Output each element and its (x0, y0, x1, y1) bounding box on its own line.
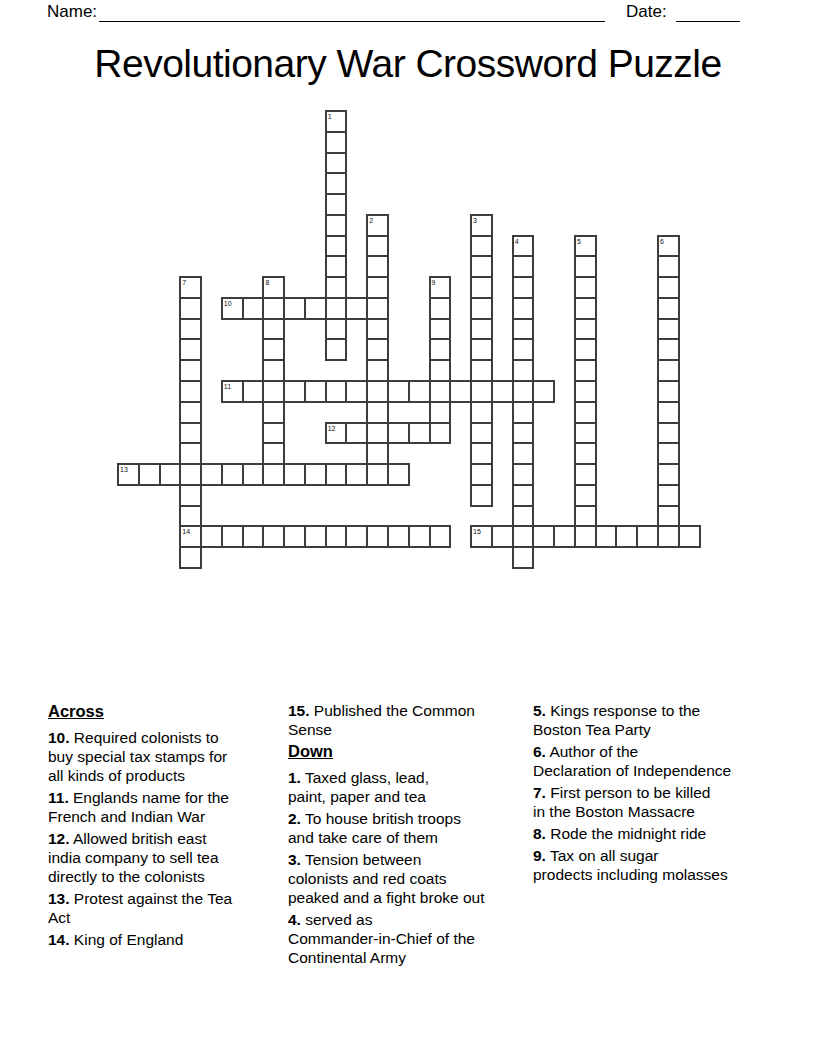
grid-cell[interactable] (470, 235, 493, 258)
grid-cell[interactable] (470, 442, 493, 465)
grid-cell[interactable] (512, 422, 535, 445)
grid-cell[interactable]: 8 (262, 276, 285, 299)
grid-cell[interactable] (200, 525, 223, 548)
clue-number-label: 10. (48, 729, 70, 746)
grid-cell[interactable] (532, 525, 555, 548)
grid-cell[interactable] (179, 338, 202, 361)
clue-down-5: 5. Kings response to theBoston Tea Party (533, 701, 785, 739)
grid-cell[interactable] (470, 255, 493, 278)
clue-down-2: 2. To house british troopsand take care … (288, 809, 534, 847)
grid-cell[interactable] (387, 380, 410, 403)
clue-number-label: 7. (533, 784, 546, 801)
grid-cell[interactable] (262, 297, 285, 320)
clue-number: 7 (182, 278, 186, 287)
grid-cell[interactable]: 6 (657, 235, 680, 258)
grid-cell[interactable] (678, 525, 701, 548)
grid-cell[interactable]: 1 (325, 110, 348, 133)
grid-cell[interactable] (325, 193, 348, 216)
clue-number: 6 (660, 237, 664, 246)
name-blank-line[interactable] (99, 21, 605, 22)
grid-cell[interactable] (636, 525, 659, 548)
grid-cell[interactable] (615, 525, 638, 548)
down-heading: Down (288, 742, 534, 761)
clues-column-middle: 15. Published the CommonSenseDown1. Taxe… (288, 701, 534, 970)
grid-cell[interactable] (574, 359, 597, 382)
grid-cell[interactable] (657, 484, 680, 507)
grid-cell[interactable] (345, 380, 368, 403)
grid-cell[interactable] (345, 463, 368, 486)
grid-cell[interactable] (221, 525, 244, 548)
grid-cell[interactable] (179, 463, 202, 486)
grid-cell[interactable] (179, 401, 202, 424)
grid-cell[interactable] (366, 297, 389, 320)
clue-down-7: 7. First person to be killedin the Bosto… (533, 783, 785, 821)
grid-cell[interactable] (262, 359, 285, 382)
grid-cell[interactable] (366, 359, 389, 382)
grid-cell[interactable] (325, 152, 348, 175)
grid-cell[interactable] (657, 255, 680, 278)
grid-cell[interactable] (512, 380, 535, 403)
grid-cell[interactable] (242, 463, 265, 486)
date-blank-line[interactable] (676, 21, 740, 22)
grid-cell[interactable] (512, 484, 535, 507)
clue-number: 4 (515, 237, 519, 246)
grid-cell[interactable] (366, 463, 389, 486)
grid-cell[interactable] (179, 442, 202, 465)
grid-cell[interactable] (325, 525, 348, 548)
grid-cell[interactable] (657, 463, 680, 486)
grid-cell[interactable] (387, 525, 410, 548)
clue-number-label: 14. (48, 931, 70, 948)
clue-across-15: 15. Published the CommonSense (288, 701, 534, 739)
grid-cell[interactable]: 14 (179, 525, 202, 548)
grid-cell[interactable] (408, 380, 431, 403)
grid-cell[interactable] (283, 525, 306, 548)
grid-cell[interactable] (512, 338, 535, 361)
worksheet-page: Name: Date: Revolutionary War Crossword … (0, 0, 816, 1056)
grid-cell[interactable] (262, 422, 285, 445)
grid-cell[interactable] (366, 338, 389, 361)
grid-cell[interactable] (595, 525, 618, 548)
grid-cell[interactable] (179, 546, 202, 569)
grid-cell[interactable] (325, 297, 348, 320)
clues-column-across: Across10. Required colonists tobuy speci… (48, 701, 285, 952)
grid-cell[interactable] (491, 525, 514, 548)
clue-number-label: 2. (288, 810, 301, 827)
clue-down-4: 4. served asCommander-in-Chief of theCon… (288, 910, 534, 967)
grid-cell[interactable] (366, 276, 389, 299)
clue-number: 9 (432, 278, 436, 287)
clue-number-label: 8. (533, 825, 546, 842)
grid-cell[interactable] (221, 463, 244, 486)
grid-cell[interactable] (345, 525, 368, 548)
grid-cell[interactable] (574, 401, 597, 424)
grid-cell[interactable] (574, 505, 597, 528)
clue-number-label: 15. (288, 702, 310, 719)
grid-cell[interactable] (657, 422, 680, 445)
grid-cell[interactable] (470, 359, 493, 382)
clue-number: 2 (369, 216, 373, 225)
grid-cell[interactable] (429, 422, 452, 445)
grid-cell[interactable] (429, 318, 452, 341)
clue-number: 8 (265, 278, 269, 287)
clue-number-label: 9. (533, 847, 546, 864)
grid-cell[interactable] (179, 380, 202, 403)
clue-number: 11 (224, 382, 231, 391)
grid-cell[interactable] (449, 380, 472, 403)
grid-cell[interactable] (553, 525, 576, 548)
grid-cell[interactable] (574, 338, 597, 361)
grid-cell[interactable] (283, 380, 306, 403)
date-label: Date: (626, 2, 667, 22)
grid-cell[interactable] (325, 172, 348, 195)
grid-cell[interactable]: 15 (470, 525, 493, 548)
grid-cell[interactable] (366, 525, 389, 548)
grid-cell[interactable] (512, 297, 535, 320)
crossword-grid: 101112131415123456789 (117, 110, 701, 570)
grid-cell[interactable] (657, 505, 680, 528)
grid-cell[interactable] (512, 318, 535, 341)
clue-across-12: 12. Allowed british eastindia company to… (48, 829, 285, 886)
grid-cell[interactable] (262, 401, 285, 424)
name-label: Name: (47, 2, 97, 22)
grid-cell[interactable] (366, 380, 389, 403)
grid-cell[interactable] (512, 463, 535, 486)
clue-number: 13 (120, 465, 128, 474)
grid-cell[interactable] (429, 297, 452, 320)
grid-cell[interactable] (262, 338, 285, 361)
clue-number: 14 (182, 527, 190, 536)
grid-cell[interactable] (179, 297, 202, 320)
grid-cell[interactable]: 9 (429, 276, 452, 299)
clue-number-label: 4. (288, 911, 301, 928)
grid-cell[interactable] (657, 276, 680, 299)
grid-cell[interactable] (325, 338, 348, 361)
grid-cell[interactable] (325, 276, 348, 299)
grid-cell[interactable] (262, 380, 285, 403)
grid-cell[interactable] (262, 463, 285, 486)
grid-cell[interactable] (429, 359, 452, 382)
grid-cell[interactable] (179, 359, 202, 382)
grid-cell[interactable] (470, 484, 493, 507)
grid-cell[interactable] (657, 380, 680, 403)
across-heading: Across (48, 702, 285, 721)
grid-cell[interactable] (470, 463, 493, 486)
grid-cell[interactable] (159, 463, 182, 486)
grid-cell[interactable] (283, 297, 306, 320)
grid-cell[interactable] (179, 505, 202, 528)
grid-cell[interactable] (574, 255, 597, 278)
grid-cell[interactable] (512, 255, 535, 278)
grid-cell[interactable] (262, 525, 285, 548)
grid-cell[interactable] (242, 380, 265, 403)
grid-cell[interactable] (574, 442, 597, 465)
grid-cell[interactable] (512, 505, 535, 528)
grid-cell[interactable] (325, 214, 348, 237)
grid-cell[interactable] (325, 131, 348, 154)
clue-number-label: 1. (288, 769, 301, 786)
grid-cell[interactable] (366, 235, 389, 258)
grid-cell[interactable] (283, 463, 306, 486)
grid-cell[interactable] (512, 276, 535, 299)
grid-cell[interactable] (179, 318, 202, 341)
clue-number: 12 (328, 424, 336, 433)
clue-number-label: 13. (48, 890, 70, 907)
grid-cell[interactable] (574, 318, 597, 341)
page-title: Revolutionary War Crossword Puzzle (0, 44, 816, 83)
grid-cell[interactable] (304, 380, 327, 403)
grid-cell[interactable] (366, 255, 389, 278)
grid-cell[interactable] (657, 442, 680, 465)
grid-cell[interactable] (512, 442, 535, 465)
grid-cell[interactable] (387, 463, 410, 486)
clue-across-13: 13. Protest against the TeaAct (48, 889, 285, 927)
grid-cell[interactable] (429, 401, 452, 424)
grid-cell[interactable] (325, 255, 348, 278)
clues-section: Across10. Required colonists tobuy speci… (48, 701, 788, 1001)
grid-cell[interactable] (657, 318, 680, 341)
grid-cell[interactable] (532, 380, 555, 403)
grid-cell[interactable] (262, 318, 285, 341)
grid-cell[interactable] (470, 318, 493, 341)
grid-cell[interactable]: 12 (325, 422, 348, 445)
grid-cell[interactable] (512, 525, 535, 548)
grid-cell[interactable] (657, 297, 680, 320)
clue-across-10: 10. Required colonists tobuy special tax… (48, 728, 285, 785)
clue-down-1: 1. Taxed glass, lead,paint, paper and te… (288, 768, 534, 806)
clue-number-label: 11. (48, 789, 69, 806)
grid-cell[interactable] (262, 442, 285, 465)
clue-number-label: 6. (533, 743, 546, 760)
grid-cell[interactable] (574, 380, 597, 403)
grid-cell[interactable] (470, 276, 493, 299)
grid-cell[interactable] (325, 235, 348, 258)
grid-cell[interactable] (657, 338, 680, 361)
grid-cell[interactable] (574, 525, 597, 548)
clue-down-3: 3. Tension betweencolonists and red coat… (288, 850, 534, 907)
grid-cell[interactable]: 10 (221, 297, 244, 320)
grid-cell[interactable]: 2 (366, 214, 389, 237)
grid-cell[interactable] (574, 276, 597, 299)
grid-cell[interactable] (345, 297, 368, 320)
grid-cell[interactable] (657, 401, 680, 424)
grid-cell[interactable] (325, 380, 348, 403)
grid-cell[interactable] (512, 401, 535, 424)
grid-cell[interactable]: 13 (117, 463, 140, 486)
grid-cell[interactable] (429, 525, 452, 548)
grid-cell[interactable]: 5 (574, 235, 597, 258)
clue-across-14: 14. King of England (48, 930, 285, 949)
grid-cell[interactable] (345, 422, 368, 445)
grid-cell[interactable] (179, 484, 202, 507)
grid-cell[interactable] (574, 484, 597, 507)
grid-cell[interactable] (138, 463, 161, 486)
clue-number-label: 5. (533, 702, 546, 719)
grid-cell[interactable] (304, 297, 327, 320)
grid-cell[interactable]: 4 (512, 235, 535, 258)
grid-cell[interactable] (179, 422, 202, 445)
grid-cell[interactable] (242, 297, 265, 320)
grid-cell[interactable] (657, 525, 680, 548)
grid-cell[interactable] (304, 463, 327, 486)
grid-cell[interactable] (242, 525, 265, 548)
grid-cell[interactable] (574, 297, 597, 320)
grid-cell[interactable] (200, 463, 223, 486)
clue-number-label: 3. (288, 851, 301, 868)
clues-column-down: 5. Kings response to theBoston Tea Party… (533, 701, 785, 887)
grid-cell[interactable] (470, 422, 493, 445)
grid-cell[interactable] (491, 380, 514, 403)
clue-down-8: 8. Rode the midnight ride (533, 824, 785, 843)
grid-cell[interactable] (408, 422, 431, 445)
clue-number: 3 (473, 216, 477, 225)
grid-cell[interactable] (512, 546, 535, 569)
grid-cell[interactable]: 3 (470, 214, 493, 237)
grid-cell[interactable]: 7 (179, 276, 202, 299)
grid-cell[interactable] (574, 463, 597, 486)
grid-cell[interactable] (470, 297, 493, 320)
grid-cell[interactable] (429, 380, 452, 403)
grid-cell[interactable] (429, 338, 452, 361)
clue-number: 15 (473, 527, 481, 536)
grid-cell[interactable] (366, 442, 389, 465)
clue-number: 10 (224, 299, 232, 308)
clue-number-label: 12. (48, 830, 70, 847)
clue-number: 1 (328, 112, 332, 121)
clue-across-11: 11. Englands name for theFrench and Indi… (48, 788, 285, 826)
grid-cell[interactable] (366, 318, 389, 341)
grid-cell[interactable] (574, 422, 597, 445)
grid-cell[interactable] (512, 359, 535, 382)
grid-cell[interactable] (304, 525, 327, 548)
clue-down-6: 6. Author of theDeclaration of Independe… (533, 742, 785, 780)
grid-cell[interactable]: 11 (221, 380, 244, 403)
grid-cell[interactable] (325, 318, 348, 341)
grid-cell[interactable] (325, 463, 348, 486)
grid-cell[interactable] (470, 380, 493, 403)
grid-cell[interactable] (366, 422, 389, 445)
grid-cell[interactable] (366, 401, 389, 424)
grid-cell[interactable] (387, 422, 410, 445)
grid-cell[interactable] (470, 401, 493, 424)
grid-cell[interactable] (657, 359, 680, 382)
clue-number: 5 (577, 237, 581, 246)
clue-down-9: 9. Tax on all sugarprodects including mo… (533, 846, 785, 884)
grid-cell[interactable] (408, 525, 431, 548)
grid-cell[interactable] (470, 338, 493, 361)
